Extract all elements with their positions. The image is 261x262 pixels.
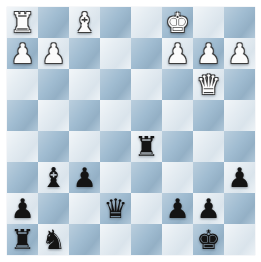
- black-bishop-piece: ♝: [41, 162, 65, 193]
- board-square-r0c2[interactable]: ♝: [69, 7, 100, 38]
- chess-app-page: ♜♝♚♟♟♟♟♟♛♜♝♟♟♟♛♟♟♜♞♚: [0, 0, 261, 262]
- board-square-r7c3[interactable]: [100, 224, 131, 255]
- board-square-r6c2[interactable]: [69, 193, 100, 224]
- black-pawn-piece: ♟: [227, 162, 251, 193]
- white-bishop-piece: ♝: [72, 7, 96, 38]
- board-square-r0c0[interactable]: ♜: [7, 7, 38, 38]
- board-square-r7c5[interactable]: [162, 224, 193, 255]
- board-square-r4c5[interactable]: [162, 131, 193, 162]
- board-square-r0c5[interactable]: ♚: [162, 7, 193, 38]
- black-pawn-piece: ♟: [196, 193, 220, 224]
- board-square-r4c1[interactable]: [38, 131, 69, 162]
- board-square-r2c4[interactable]: [131, 69, 162, 100]
- board-square-r2c3[interactable]: [100, 69, 131, 100]
- board-square-r3c4[interactable]: [131, 100, 162, 131]
- black-king-piece: ♚: [196, 224, 220, 255]
- board-square-r1c7[interactable]: ♟: [224, 38, 255, 69]
- board-square-r0c7[interactable]: [224, 7, 255, 38]
- board-square-r6c5[interactable]: ♟: [162, 193, 193, 224]
- board-square-r3c6[interactable]: [193, 100, 224, 131]
- board-square-r2c2[interactable]: [69, 69, 100, 100]
- board-square-r0c1[interactable]: [38, 7, 69, 38]
- board-square-r3c7[interactable]: [224, 100, 255, 131]
- white-pawn-piece: ♟: [196, 38, 220, 69]
- board-square-r7c4[interactable]: [131, 224, 162, 255]
- board-square-r6c1[interactable]: [38, 193, 69, 224]
- board-square-r5c7[interactable]: ♟: [224, 162, 255, 193]
- board-square-r5c4[interactable]: [131, 162, 162, 193]
- board-square-r3c1[interactable]: [38, 100, 69, 131]
- board-square-r2c5[interactable]: [162, 69, 193, 100]
- board-square-r6c4[interactable]: [131, 193, 162, 224]
- board-square-r2c6[interactable]: ♛: [193, 69, 224, 100]
- board-square-r6c0[interactable]: ♟: [7, 193, 38, 224]
- board-square-r3c5[interactable]: [162, 100, 193, 131]
- board-square-r3c3[interactable]: [100, 100, 131, 131]
- board-square-r7c7[interactable]: [224, 224, 255, 255]
- board-square-r7c2[interactable]: [69, 224, 100, 255]
- black-rook-piece: ♜: [10, 224, 34, 255]
- board-square-r1c1[interactable]: ♟: [38, 38, 69, 69]
- board-square-r4c2[interactable]: [69, 131, 100, 162]
- white-king-piece: ♚: [165, 7, 189, 38]
- board-square-r6c3[interactable]: ♛: [100, 193, 131, 224]
- board-square-r1c2[interactable]: [69, 38, 100, 69]
- board-square-r4c0[interactable]: [7, 131, 38, 162]
- white-queen-piece: ♛: [196, 69, 220, 100]
- black-pawn-piece: ♟: [10, 193, 34, 224]
- board-square-r6c7[interactable]: [224, 193, 255, 224]
- black-knight-piece: ♞: [41, 224, 65, 255]
- board-square-r0c3[interactable]: [100, 7, 131, 38]
- board-square-r4c6[interactable]: [193, 131, 224, 162]
- black-rook-piece: ♜: [134, 131, 158, 162]
- white-rook-piece: ♜: [10, 7, 34, 38]
- board-square-r2c1[interactable]: [38, 69, 69, 100]
- board-square-r3c2[interactable]: [69, 100, 100, 131]
- board-square-r1c4[interactable]: [131, 38, 162, 69]
- board-square-r5c6[interactable]: [193, 162, 224, 193]
- board-square-r3c0[interactable]: [7, 100, 38, 131]
- white-pawn-piece: ♟: [165, 38, 189, 69]
- board-square-r2c7[interactable]: [224, 69, 255, 100]
- board-square-r4c3[interactable]: [100, 131, 131, 162]
- board-square-r1c0[interactable]: ♟: [7, 38, 38, 69]
- board-square-r5c2[interactable]: ♟: [69, 162, 100, 193]
- board-square-r7c6[interactable]: ♚: [193, 224, 224, 255]
- black-pawn-piece: ♟: [165, 193, 189, 224]
- board-square-r5c5[interactable]: [162, 162, 193, 193]
- chess-board: ♜♝♚♟♟♟♟♟♛♜♝♟♟♟♛♟♟♜♞♚: [7, 7, 255, 255]
- board-square-r4c7[interactable]: [224, 131, 255, 162]
- board-square-r0c6[interactable]: [193, 7, 224, 38]
- board-square-r4c4[interactable]: ♜: [131, 131, 162, 162]
- board-square-r5c3[interactable]: [100, 162, 131, 193]
- board-square-r6c6[interactable]: ♟: [193, 193, 224, 224]
- board-square-r7c1[interactable]: ♞: [38, 224, 69, 255]
- black-queen-piece: ♛: [103, 193, 127, 224]
- board-square-r2c0[interactable]: [7, 69, 38, 100]
- board-square-r1c6[interactable]: ♟: [193, 38, 224, 69]
- board-square-r1c5[interactable]: ♟: [162, 38, 193, 69]
- board-square-r5c1[interactable]: ♝: [38, 162, 69, 193]
- board-square-r0c4[interactable]: [131, 7, 162, 38]
- black-pawn-piece: ♟: [72, 162, 96, 193]
- board-square-r5c0[interactable]: [7, 162, 38, 193]
- white-pawn-piece: ♟: [227, 38, 251, 69]
- board-square-r7c0[interactable]: ♜: [7, 224, 38, 255]
- white-pawn-piece: ♟: [41, 38, 65, 69]
- board-square-r1c3[interactable]: [100, 38, 131, 69]
- white-pawn-piece: ♟: [10, 38, 34, 69]
